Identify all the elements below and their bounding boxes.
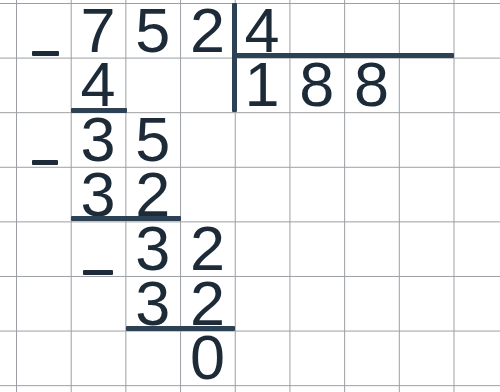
- subtraction-line-2: [71, 216, 181, 221]
- subtraction-line-3: [126, 326, 235, 331]
- minus-sign-2: [32, 160, 58, 165]
- minus-sign-1: [32, 51, 59, 56]
- digit-r0c3: 2: [180, 3, 235, 58]
- subtraction-line-1: [71, 108, 127, 113]
- digit-r6c3: 0: [180, 331, 235, 386]
- digit-r3c1: 3: [71, 167, 126, 222]
- minus-sign-3: [83, 270, 113, 275]
- digit-r1c5: 8: [290, 58, 345, 113]
- division-bracket-horizontal-bar: [232, 53, 454, 58]
- digit-r1c6: 8: [344, 58, 399, 113]
- digit-r1c4: 1: [235, 58, 290, 113]
- digit-r0c2: 5: [125, 3, 180, 58]
- digit-r5c2: 3: [125, 276, 180, 331]
- long-division-worksheet: 75244188353232320: [0, 0, 500, 392]
